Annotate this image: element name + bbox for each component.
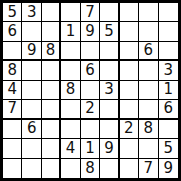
sudoku-cell-r3c9[interactable] [159,42,178,61]
sudoku-cell-r3c1[interactable] [3,42,22,61]
sudoku-cell-r2c7[interactable] [120,22,139,41]
sudoku-cell-r3c8[interactable]: 6 [139,42,158,61]
sudoku-cell-r7c4[interactable] [61,120,80,139]
sudoku-cell-r5c1[interactable]: 4 [3,81,22,100]
sudoku-cell-r6c3[interactable] [42,100,61,119]
sudoku-cell-r3c6[interactable] [100,42,119,61]
sudoku-cell-r4c6[interactable] [100,61,119,80]
sudoku-cell-r8c1[interactable] [3,139,22,158]
sudoku-cell-r1c8[interactable] [139,3,158,22]
sudoku-cell-r7c3[interactable] [42,120,61,139]
sudoku-cell-r4c8[interactable] [139,61,158,80]
sudoku-cell-r9c7[interactable] [120,159,139,178]
sudoku-cell-r9c5[interactable]: 8 [81,159,100,178]
sudoku-cell-r8c2[interactable] [22,139,41,158]
sudoku-cell-r2c3[interactable] [42,22,61,41]
sudoku-cell-r8c7[interactable] [120,139,139,158]
sudoku-cell-r6c1[interactable]: 7 [3,100,22,119]
sudoku-cell-r4c7[interactable] [120,61,139,80]
sudoku-cell-r1c9[interactable] [159,3,178,22]
sudoku-cell-r7c2[interactable]: 6 [22,120,41,139]
sudoku-cell-r5c2[interactable] [22,81,41,100]
sudoku-cell-r7c9[interactable] [159,120,178,139]
sudoku-cell-r9c6[interactable] [100,159,119,178]
sudoku-cell-r4c4[interactable] [61,61,80,80]
sudoku-cell-r2c5[interactable]: 9 [81,22,100,41]
sudoku-cell-r6c6[interactable] [100,100,119,119]
sudoku-cell-r1c7[interactable] [120,3,139,22]
sudoku-cell-r6c9[interactable]: 6 [159,100,178,119]
sudoku-cell-r2c9[interactable] [159,22,178,41]
sudoku-cell-r7c5[interactable] [81,120,100,139]
sudoku-cell-r1c6[interactable] [100,3,119,22]
sudoku-cell-r8c6[interactable]: 9 [100,139,119,158]
sudoku-cell-r7c6[interactable] [100,120,119,139]
sudoku-cell-r4c5[interactable]: 6 [81,61,100,80]
sudoku-cell-r3c7[interactable] [120,42,139,61]
sudoku-cell-r6c7[interactable] [120,100,139,119]
sudoku-cell-r6c5[interactable]: 2 [81,100,100,119]
sudoku-cell-r1c4[interactable] [61,3,80,22]
sudoku-cell-r5c4[interactable]: 8 [61,81,80,100]
sudoku-cell-r9c1[interactable] [3,159,22,178]
sudoku-cell-r2c6[interactable]: 5 [100,22,119,41]
sudoku-cell-r8c5[interactable]: 1 [81,139,100,158]
sudoku-cell-r5c8[interactable] [139,81,158,100]
sudoku-cell-r9c4[interactable] [61,159,80,178]
sudoku-cell-r9c3[interactable] [42,159,61,178]
sudoku-cell-r2c2[interactable] [22,22,41,41]
sudoku-cell-r6c8[interactable] [139,100,158,119]
sudoku-cell-r3c2[interactable]: 9 [22,42,41,61]
sudoku-cell-r1c3[interactable] [42,3,61,22]
sudoku-cell-r3c3[interactable]: 8 [42,42,61,61]
sudoku-cell-r5c6[interactable]: 3 [100,81,119,100]
sudoku-cell-r9c2[interactable] [22,159,41,178]
sudoku-cell-r9c9[interactable]: 9 [159,159,178,178]
sudoku-cell-r4c1[interactable]: 8 [3,61,22,80]
sudoku-cell-r8c4[interactable]: 4 [61,139,80,158]
sudoku-cell-r7c1[interactable] [3,120,22,139]
sudoku-cell-r8c9[interactable]: 5 [159,139,178,158]
sudoku-cell-r5c5[interactable] [81,81,100,100]
sudoku-cell-r6c2[interactable] [22,100,41,119]
sudoku-cell-r1c1[interactable]: 5 [3,3,22,22]
sudoku-cell-r4c2[interactable] [22,61,41,80]
sudoku-cell-r2c8[interactable] [139,22,158,41]
sudoku-cell-r1c5[interactable]: 7 [81,3,100,22]
sudoku-cell-r4c3[interactable] [42,61,61,80]
sudoku-cell-r7c7[interactable]: 2 [120,120,139,139]
sudoku-cell-r5c9[interactable]: 1 [159,81,178,100]
sudoku-cell-r7c8[interactable]: 8 [139,120,158,139]
sudoku-cell-r6c4[interactable] [61,100,80,119]
sudoku-cell-r8c3[interactable] [42,139,61,158]
sudoku-cell-r2c1[interactable]: 6 [3,22,22,41]
sudoku-cell-r8c8[interactable] [139,139,158,158]
sudoku-cell-r5c7[interactable] [120,81,139,100]
sudoku-cell-r2c4[interactable]: 1 [61,22,80,41]
sudoku-board: 537619598686348317266284195879 [0,0,181,181]
sudoku-cell-r4c9[interactable]: 3 [159,61,178,80]
sudoku-cell-r5c3[interactable] [42,81,61,100]
sudoku-cell-r1c2[interactable]: 3 [22,3,41,22]
sudoku-cell-r9c8[interactable]: 7 [139,159,158,178]
sudoku-cell-r3c5[interactable] [81,42,100,61]
sudoku-cell-r3c4[interactable] [61,42,80,61]
